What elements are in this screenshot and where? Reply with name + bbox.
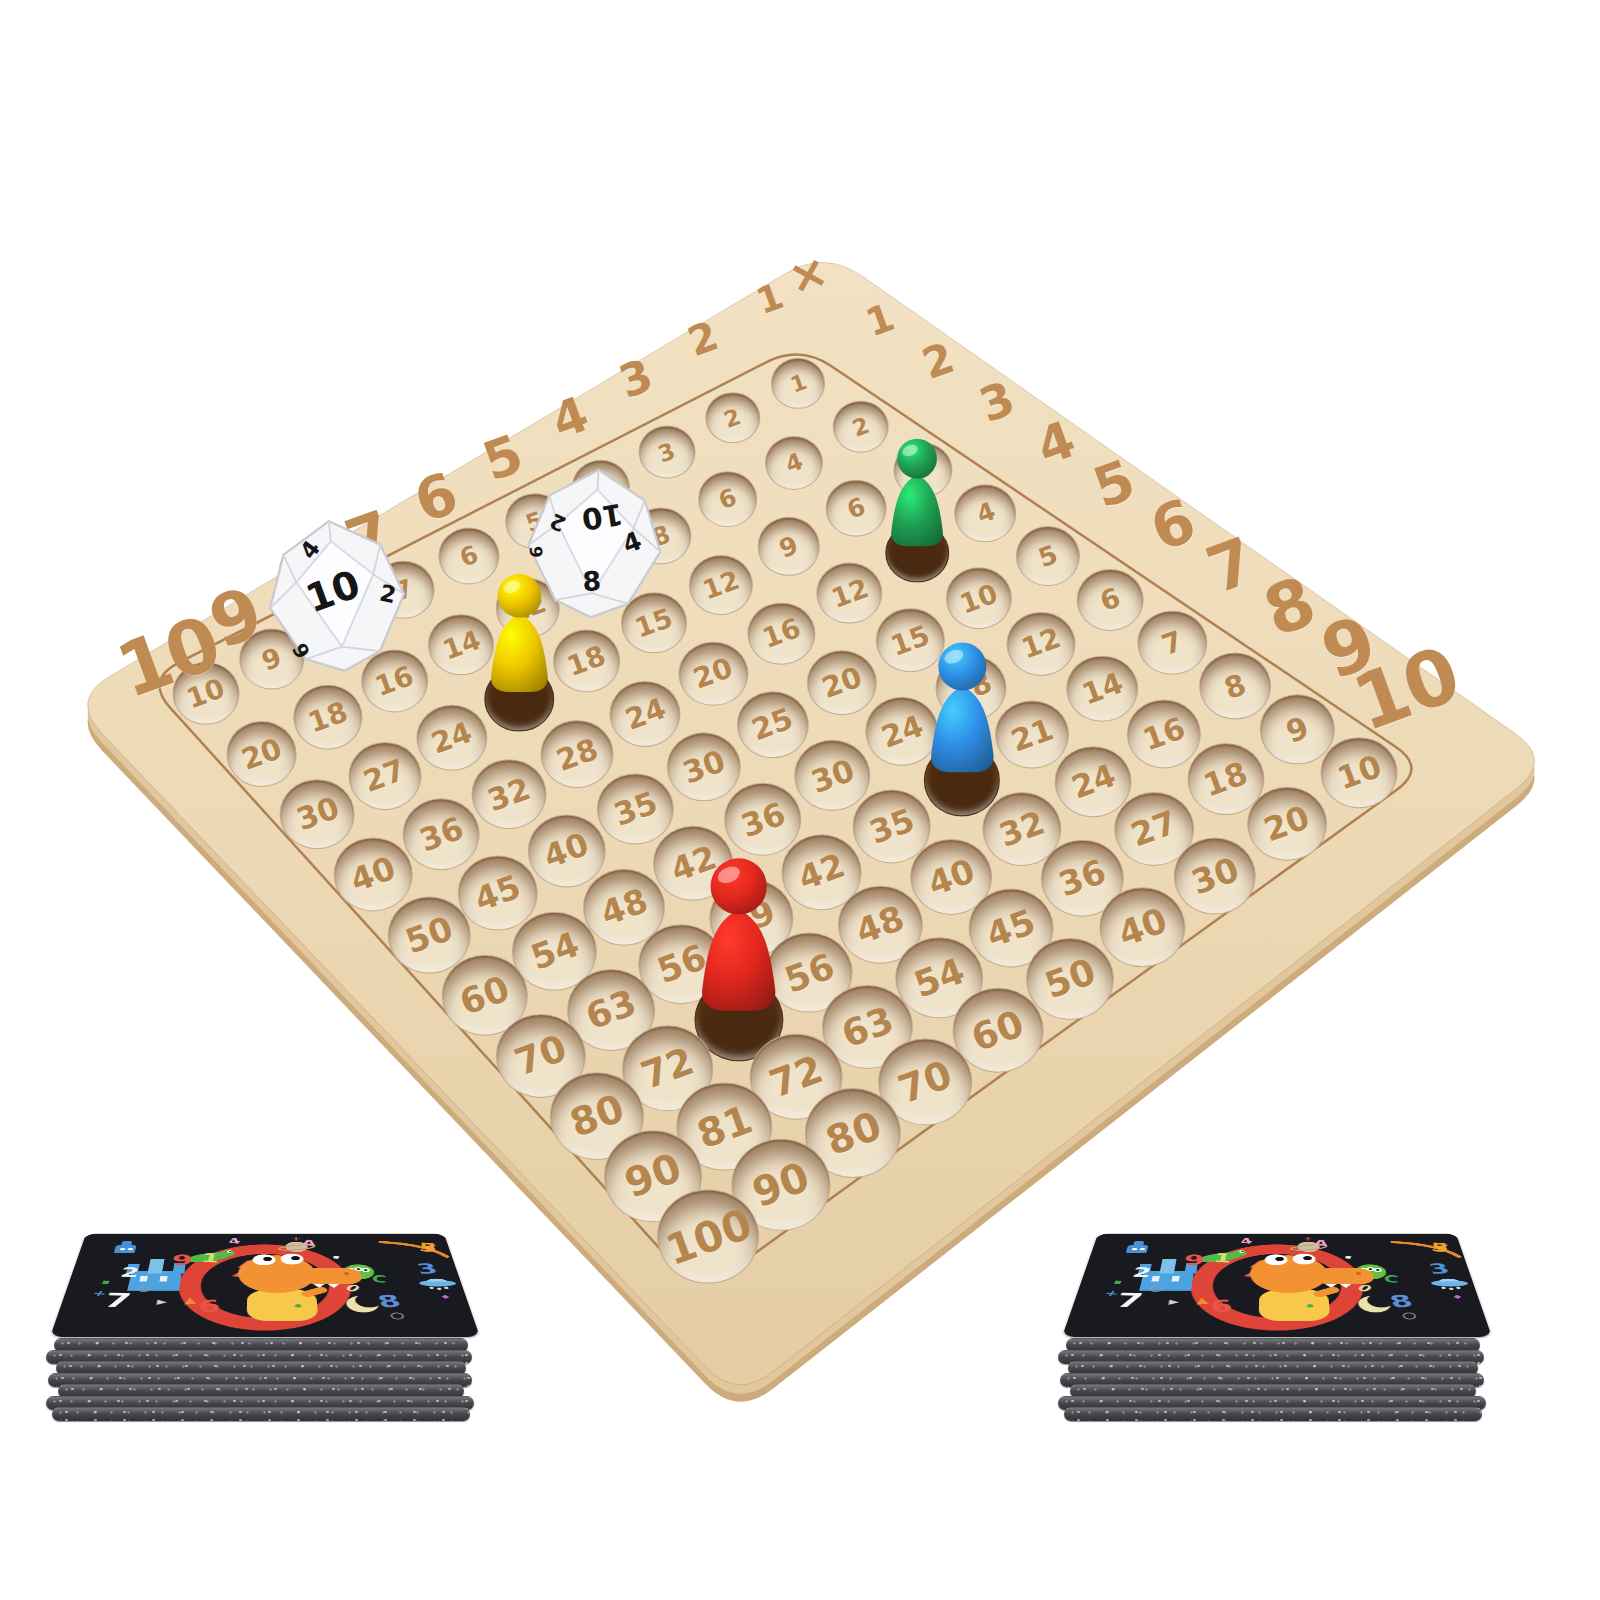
card-glyph: + bbox=[1303, 1235, 1313, 1242]
pawn-yellow[interactable] bbox=[481, 549, 558, 718]
pawn-body bbox=[491, 614, 548, 692]
cell-product-label: 24 bbox=[1066, 757, 1119, 806]
card-glyph: ▲ bbox=[1195, 1295, 1209, 1305]
cell-product-label: 6 bbox=[1096, 582, 1124, 618]
cell-product-label: 2 bbox=[849, 412, 873, 442]
card-glyph: A bbox=[301, 1237, 317, 1248]
cell-product-label: 24 bbox=[621, 691, 671, 737]
card-top-face: 9142A53C0876▲▶++■■●◆ bbox=[1062, 1234, 1492, 1337]
cell-r6c4[interactable]: 24 bbox=[610, 681, 681, 747]
cell-r1c6[interactable]: 6 bbox=[1077, 569, 1144, 631]
cell-r1c1[interactable]: 1 bbox=[771, 358, 825, 408]
cell-product-label: 35 bbox=[609, 784, 662, 833]
cell-r6c3[interactable]: 18 bbox=[553, 630, 621, 693]
cell-product-label: 27 bbox=[1126, 803, 1182, 854]
card-deck-right[interactable]: 9142A53C0876▲▶++■■●◆ bbox=[1052, 1109, 1522, 1427]
cell-product-label: 40 bbox=[1113, 900, 1172, 954]
cell-product-label: 30 bbox=[1186, 849, 1244, 902]
cell-r8c4[interactable]: 32 bbox=[472, 759, 547, 829]
pawn-red[interactable] bbox=[689, 826, 788, 1044]
cell-r3c4[interactable]: 12 bbox=[817, 563, 882, 624]
cell-product-label: 20 bbox=[817, 660, 866, 706]
cell-product-label: 7 bbox=[1158, 624, 1188, 662]
cell-product-label: 12 bbox=[827, 573, 872, 615]
cell-r1c2[interactable]: 2 bbox=[832, 400, 889, 453]
card-glyph: 9 bbox=[1184, 1251, 1206, 1268]
cell-product-label: 54 bbox=[909, 950, 970, 1006]
cell-product-label: 35 bbox=[864, 801, 919, 852]
cell-product-label: 50 bbox=[1039, 950, 1101, 1008]
cell-product-label: 100 bbox=[659, 1199, 758, 1275]
card-glyph: + bbox=[291, 1235, 301, 1242]
cell-product-label: 14 bbox=[1077, 666, 1127, 712]
cell-r1c8[interactable]: 8 bbox=[1199, 653, 1271, 720]
cell-product-label: 3 bbox=[655, 437, 679, 467]
cell-product-label: 25 bbox=[748, 702, 798, 748]
pawn-blue[interactable] bbox=[920, 615, 1005, 801]
cell-r7c5[interactable]: 35 bbox=[597, 773, 673, 844]
cell-r10c3[interactable]: 30 bbox=[280, 779, 355, 849]
cell-product-label: 32 bbox=[994, 804, 1049, 855]
card-glyph: C bbox=[1383, 1273, 1399, 1286]
card-glyph: C bbox=[371, 1273, 387, 1286]
pawn-green[interactable] bbox=[882, 416, 952, 571]
cell-r10c10[interactable]: 100 bbox=[657, 1189, 759, 1284]
cell-r1c4[interactable]: 4 bbox=[955, 484, 1017, 541]
cell-product-label: 80 bbox=[564, 1086, 630, 1147]
cell-product-label: 2 bbox=[721, 403, 745, 433]
card-glyph: 9 bbox=[172, 1251, 194, 1268]
card-deck-left[interactable]: 9142A53C0876▲▶++■■●◆ bbox=[40, 1109, 510, 1427]
cell-product-label: 36 bbox=[1054, 852, 1111, 905]
pawn-body bbox=[892, 475, 944, 546]
cell-product-label: 14 bbox=[438, 624, 484, 666]
cell-r7c4[interactable]: 28 bbox=[541, 720, 614, 788]
pawn-head bbox=[497, 574, 541, 618]
cell-product-label: 63 bbox=[836, 998, 899, 1056]
cell-r2c3[interactable]: 6 bbox=[825, 480, 886, 537]
cell-product-label: 40 bbox=[346, 849, 401, 900]
cell-r3c2[interactable]: 6 bbox=[698, 471, 758, 527]
cell-r3c10[interactable]: 30 bbox=[1174, 837, 1257, 914]
cell-r2c2[interactable]: 4 bbox=[765, 436, 823, 490]
cell-product-label: 21 bbox=[1006, 711, 1057, 758]
cell-r9c4[interactable]: 36 bbox=[403, 799, 480, 870]
cell-product-label: 12 bbox=[1017, 621, 1065, 665]
cell-product-label: 24 bbox=[427, 715, 477, 761]
cell-product-label: 60 bbox=[966, 1001, 1030, 1060]
cell-product-label: 9 bbox=[1281, 709, 1313, 749]
cell-r3c3[interactable]: 9 bbox=[757, 517, 820, 575]
cell-product-label: 6 bbox=[715, 483, 740, 515]
cell-r6c5[interactable]: 30 bbox=[667, 732, 741, 801]
card-glyph: A bbox=[1313, 1237, 1329, 1248]
card-glyph: 5 bbox=[419, 1240, 437, 1255]
cell-product-label: 5 bbox=[1034, 539, 1061, 573]
cell-r2c8[interactable]: 16 bbox=[1127, 699, 1201, 768]
pawn-head bbox=[898, 439, 938, 479]
cell-product-label: 20 bbox=[1259, 799, 1315, 850]
card-top-face: 9142A53C0876▲▶++■■●◆ bbox=[50, 1234, 480, 1337]
cell-product-label: 80 bbox=[819, 1102, 887, 1164]
cell-r8c5[interactable]: 40 bbox=[527, 814, 605, 887]
cell-product-label: 18 bbox=[563, 639, 610, 683]
card-glyph: 1 bbox=[200, 1251, 222, 1266]
cell-product-label: 28 bbox=[552, 730, 603, 777]
cell-product-label: 16 bbox=[1138, 710, 1190, 757]
cell-product-label: 40 bbox=[539, 825, 594, 876]
cell-r2c7[interactable]: 14 bbox=[1066, 655, 1138, 722]
cell-r4c5[interactable]: 20 bbox=[806, 650, 876, 716]
cell-product-label: 30 bbox=[678, 743, 730, 790]
cell-r5c10[interactable]: 50 bbox=[1026, 938, 1114, 1020]
cell-product-label: 20 bbox=[237, 731, 286, 777]
cell-r4c10[interactable]: 40 bbox=[1100, 888, 1185, 967]
cell-r3c8[interactable]: 24 bbox=[1055, 746, 1132, 818]
cell-r2c1[interactable]: 2 bbox=[705, 392, 760, 444]
card-glyph: ▲ bbox=[183, 1295, 197, 1305]
cell-r10c2[interactable]: 20 bbox=[226, 721, 297, 787]
pawn-body bbox=[702, 910, 775, 1011]
cell-r1c10[interactable]: 10 bbox=[1321, 737, 1398, 809]
cell-product-label: 30 bbox=[291, 790, 343, 837]
cell-product-label: 48 bbox=[851, 898, 910, 952]
cell-r10c4[interactable]: 40 bbox=[334, 838, 413, 911]
product-photo-scene: × 12345678910246101214161820369121518212… bbox=[0, 0, 1600, 1600]
cell-product-label: 60 bbox=[455, 967, 515, 1022]
card-glyph: ● bbox=[1306, 1303, 1314, 1308]
card-glyph: 5 bbox=[1431, 1240, 1449, 1255]
cell-product-label: 4 bbox=[972, 497, 998, 530]
die-left[interactable]: 10426 bbox=[256, 511, 418, 687]
cell-r2c6[interactable]: 12 bbox=[1006, 611, 1075, 675]
cell-r1c7[interactable]: 7 bbox=[1138, 611, 1207, 676]
card-art-dinosaur: 9142A53C0876▲▶++■■●◆ bbox=[50, 1234, 480, 1337]
card-stack-edge bbox=[1064, 1407, 1482, 1421]
pawn-head bbox=[938, 642, 986, 690]
cell-product-label: 8 bbox=[1219, 667, 1250, 706]
cell-product-label: 1 bbox=[787, 369, 810, 398]
cell-product-label: 70 bbox=[893, 1052, 959, 1113]
pawn-body bbox=[931, 686, 993, 772]
cell-product-label: 81 bbox=[691, 1096, 758, 1157]
cell-product-label: 70 bbox=[509, 1026, 572, 1084]
card-stack-edge bbox=[52, 1407, 470, 1421]
cell-product-label: 40 bbox=[923, 851, 980, 904]
cell-product-label: 30 bbox=[806, 751, 859, 800]
cell-r3c7[interactable]: 21 bbox=[995, 700, 1069, 769]
cell-product-label: 56 bbox=[779, 945, 840, 1000]
cell-r4c3[interactable]: 12 bbox=[689, 555, 753, 615]
cell-product-label: 72 bbox=[763, 1047, 828, 1106]
cell-r10c5[interactable]: 50 bbox=[388, 896, 471, 973]
card-glyph: 6 bbox=[197, 1296, 223, 1317]
cell-product-label: 42 bbox=[793, 846, 850, 898]
cell-product-label: 54 bbox=[525, 924, 584, 978]
card-art-dinosaur: 9142A53C0876▲▶++■■●◆ bbox=[1062, 1234, 1492, 1337]
cell-product-label: 72 bbox=[635, 1038, 699, 1097]
cell-product-label: 27 bbox=[359, 752, 410, 799]
cell-r9c5[interactable]: 45 bbox=[458, 855, 538, 930]
pawn-head bbox=[710, 858, 766, 914]
cell-product-label: 6 bbox=[456, 539, 482, 572]
card-glyph: 1 bbox=[1212, 1251, 1234, 1266]
cell-r2c10[interactable]: 20 bbox=[1247, 787, 1327, 861]
cell-product-label: 6 bbox=[843, 492, 869, 525]
cell-r9c3[interactable]: 27 bbox=[348, 742, 421, 810]
cell-product-label: 9 bbox=[775, 529, 802, 563]
cell-product-label: 63 bbox=[580, 981, 642, 1038]
die-face-number: 10 bbox=[579, 497, 625, 537]
cell-product-label: 18 bbox=[1199, 755, 1253, 804]
die-face-number: 8 bbox=[582, 565, 602, 597]
cell-product-label: 90 bbox=[746, 1153, 816, 1218]
cell-product-label: 16 bbox=[758, 612, 804, 654]
cell-product-label: 10 bbox=[1333, 748, 1386, 797]
cell-product-label: 50 bbox=[400, 908, 458, 961]
cell-product-label: 10 bbox=[956, 577, 1002, 619]
cell-product-label: 18 bbox=[304, 695, 352, 739]
cell-product-label: 45 bbox=[470, 867, 526, 919]
cell-product-label: 45 bbox=[981, 901, 1040, 955]
cell-product-label: 20 bbox=[689, 652, 737, 696]
cell-product-label: 32 bbox=[483, 770, 535, 817]
cell-product-label: 48 bbox=[595, 881, 652, 934]
card-glyph: ● bbox=[294, 1303, 302, 1308]
cell-product-label: 36 bbox=[415, 810, 468, 859]
cell-r4c4[interactable]: 16 bbox=[748, 602, 815, 665]
cell-r1c5[interactable]: 5 bbox=[1016, 526, 1080, 586]
cell-r9c2[interactable]: 18 bbox=[293, 685, 362, 750]
cell-product-label: 12 bbox=[699, 564, 743, 605]
card-glyph: 6 bbox=[1209, 1296, 1235, 1317]
cell-product-label: 4 bbox=[782, 447, 807, 479]
